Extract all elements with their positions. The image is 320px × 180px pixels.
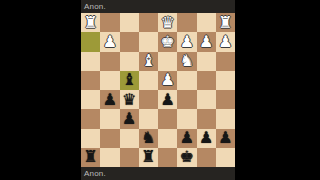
chess-board: ♜♛♜♟♚♟♟♟♝♞♝♟♟♛♟♟♞♟♟♟♜♜♚: [81, 13, 235, 167]
square-d6[interactable]: [158, 109, 177, 128]
white-bishop-piece: ♝: [141, 53, 155, 69]
square-c1[interactable]: [177, 13, 196, 32]
black-pawn-piece: ♟: [199, 130, 213, 146]
square-h4[interactable]: [81, 71, 100, 90]
square-d1[interactable]: ♛: [158, 13, 177, 32]
game-area: Anon. ♜♛♜♟♚♟♟♟♝♞♝♟♟♛♟♟♞♟♟♟♜♜♚ Anon.: [81, 0, 235, 180]
square-c8[interactable]: ♚: [177, 148, 196, 167]
square-d3[interactable]: [158, 52, 177, 71]
square-f1[interactable]: [120, 13, 139, 32]
square-f6[interactable]: ♟: [120, 109, 139, 128]
square-f7[interactable]: [120, 129, 139, 148]
square-b1[interactable]: [197, 13, 216, 32]
square-g3[interactable]: [100, 52, 119, 71]
square-d7[interactable]: [158, 129, 177, 148]
square-f3[interactable]: [120, 52, 139, 71]
black-rook-piece: ♜: [141, 149, 155, 165]
player-bottom-bar: Anon.: [81, 167, 235, 180]
square-b8[interactable]: [197, 148, 216, 167]
square-c5[interactable]: [177, 90, 196, 109]
square-e2[interactable]: [139, 32, 158, 51]
square-g4[interactable]: [100, 71, 119, 90]
square-a5[interactable]: [216, 90, 235, 109]
black-pawn-piece: ♟: [180, 130, 194, 146]
black-queen-piece: ♛: [122, 91, 136, 107]
square-h6[interactable]: [81, 109, 100, 128]
square-f8[interactable]: [120, 148, 139, 167]
square-g5[interactable]: ♟: [100, 90, 119, 109]
square-c2[interactable]: ♟: [177, 32, 196, 51]
square-e4[interactable]: [139, 71, 158, 90]
square-a3[interactable]: [216, 52, 235, 71]
square-h3[interactable]: [81, 52, 100, 71]
app-window: Anon. ♜♛♜♟♚♟♟♟♝♞♝♟♟♛♟♟♞♟♟♟♜♜♚ Anon.: [0, 0, 320, 180]
square-d2[interactable]: ♚: [158, 32, 177, 51]
white-pawn-piece: ♟: [160, 72, 174, 88]
square-e8[interactable]: ♜: [139, 148, 158, 167]
square-h1[interactable]: ♜: [81, 13, 100, 32]
square-b7[interactable]: ♟: [197, 129, 216, 148]
white-pawn-piece: ♟: [180, 33, 194, 49]
square-d4[interactable]: ♟: [158, 71, 177, 90]
black-knight-piece: ♞: [141, 130, 155, 146]
square-b6[interactable]: [197, 109, 216, 128]
black-rook-piece: ♜: [83, 149, 97, 165]
square-a8[interactable]: [216, 148, 235, 167]
square-e1[interactable]: [139, 13, 158, 32]
square-e3[interactable]: ♝: [139, 52, 158, 71]
square-b4[interactable]: [197, 71, 216, 90]
square-d8[interactable]: [158, 148, 177, 167]
white-knight-piece: ♞: [180, 53, 194, 69]
square-f4[interactable]: ♝: [120, 71, 139, 90]
white-pawn-piece: ♟: [199, 33, 213, 49]
square-h7[interactable]: [81, 129, 100, 148]
square-f5[interactable]: ♛: [120, 90, 139, 109]
square-g7[interactable]: [100, 129, 119, 148]
square-h2[interactable]: [81, 32, 100, 51]
square-c4[interactable]: [177, 71, 196, 90]
square-g1[interactable]: [100, 13, 119, 32]
square-h8[interactable]: ♜: [81, 148, 100, 167]
black-king-piece: ♚: [180, 149, 194, 165]
white-queen-piece: ♛: [160, 14, 174, 30]
square-g8[interactable]: [100, 148, 119, 167]
square-b2[interactable]: ♟: [197, 32, 216, 51]
square-e7[interactable]: ♞: [139, 129, 158, 148]
black-pawn-piece: ♟: [218, 130, 232, 146]
black-bishop-piece: ♝: [122, 72, 136, 88]
player-bottom-name: Anon.: [84, 167, 106, 180]
player-top-name: Anon.: [84, 0, 106, 13]
square-f2[interactable]: [120, 32, 139, 51]
player-top-bar: Anon.: [81, 0, 235, 13]
square-h5[interactable]: [81, 90, 100, 109]
black-pawn-piece: ♟: [122, 110, 136, 126]
black-pawn-piece: ♟: [160, 91, 174, 107]
square-b5[interactable]: [197, 90, 216, 109]
square-a7[interactable]: ♟: [216, 129, 235, 148]
square-a1[interactable]: ♜: [216, 13, 235, 32]
square-g2[interactable]: ♟: [100, 32, 119, 51]
square-c3[interactable]: ♞: [177, 52, 196, 71]
square-c7[interactable]: ♟: [177, 129, 196, 148]
square-a2[interactable]: ♟: [216, 32, 235, 51]
black-pawn-piece: ♟: [103, 91, 117, 107]
white-king-piece: ♚: [160, 33, 174, 49]
white-rook-piece: ♜: [83, 14, 97, 30]
white-rook-piece: ♜: [218, 14, 232, 30]
square-a6[interactable]: [216, 109, 235, 128]
square-e6[interactable]: [139, 109, 158, 128]
square-g6[interactable]: [100, 109, 119, 128]
square-d5[interactable]: ♟: [158, 90, 177, 109]
square-b3[interactable]: [197, 52, 216, 71]
square-a4[interactable]: [216, 71, 235, 90]
square-e5[interactable]: [139, 90, 158, 109]
square-c6[interactable]: [177, 109, 196, 128]
white-pawn-piece: ♟: [103, 33, 117, 49]
white-pawn-piece: ♟: [218, 33, 232, 49]
